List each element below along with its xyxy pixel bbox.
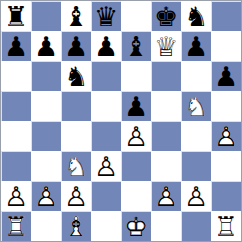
piece-black-bishop[interactable]: ♝ (121, 31, 151, 61)
chess-board: ♜♝♛♚♞♟♟♟♟♝♛♕♟♞♟♟♞♘♟♙♟♙♞♘♟♙♟♙♟♙♟♙♟♙♟♙♜♖♝♗… (1, 1, 241, 241)
piece-white-pawn[interactable]: ♟♙ (1, 181, 31, 211)
piece-glyph-fill: ♟ (181, 31, 211, 61)
piece-glyph-outline: ♖ (1, 211, 31, 241)
piece-glyph-fill: ♚ (151, 1, 181, 31)
square-a7[interactable]: ♟ (1, 31, 31, 61)
piece-glyph-outline: ♙ (181, 181, 211, 211)
square-b6[interactable] (31, 61, 61, 91)
square-a1[interactable]: ♜♖ (1, 211, 31, 241)
piece-glyph-fill: ♝ (61, 1, 91, 31)
square-d8[interactable]: ♛ (91, 1, 121, 31)
square-g1[interactable] (181, 211, 211, 241)
square-a4[interactable] (1, 121, 31, 151)
square-h1[interactable]: ♜♖ (211, 211, 241, 241)
piece-white-knight[interactable]: ♞♘ (61, 151, 91, 181)
square-f1[interactable] (151, 211, 181, 241)
piece-glyph-outline: ♙ (31, 181, 61, 211)
piece-glyph-outline: ♙ (211, 121, 241, 151)
square-h3[interactable] (211, 151, 241, 181)
square-h4[interactable]: ♟♙ (211, 121, 241, 151)
square-a3[interactable] (1, 151, 31, 181)
piece-glyph-outline: ♙ (61, 181, 91, 211)
piece-glyph-fill: ♟ (31, 31, 61, 61)
square-h7[interactable] (211, 31, 241, 61)
piece-white-bishop[interactable]: ♝♗ (61, 211, 91, 241)
piece-glyph-fill: ♞ (61, 61, 91, 91)
piece-glyph-outline: ♘ (61, 151, 91, 181)
piece-black-knight[interactable]: ♞ (61, 61, 91, 91)
square-g8[interactable]: ♞ (181, 1, 211, 31)
piece-black-pawn[interactable]: ♟ (211, 61, 241, 91)
square-g6[interactable] (181, 61, 211, 91)
square-e7[interactable]: ♝ (121, 31, 151, 61)
square-e2[interactable] (121, 181, 151, 211)
square-g2[interactable]: ♟♙ (181, 181, 211, 211)
square-d3[interactable]: ♟♙ (91, 151, 121, 181)
square-g3[interactable] (181, 151, 211, 181)
square-c3[interactable]: ♞♘ (61, 151, 91, 181)
square-e3[interactable] (121, 151, 151, 181)
piece-glyph-outline: ♕ (151, 31, 181, 61)
square-h2[interactable] (211, 181, 241, 211)
piece-glyph-outline: ♙ (151, 181, 181, 211)
piece-glyph-fill: ♝ (121, 31, 151, 61)
square-c5[interactable] (61, 91, 91, 121)
square-c7[interactable]: ♟ (61, 31, 91, 61)
piece-white-king[interactable]: ♚♔ (121, 211, 151, 241)
piece-white-rook[interactable]: ♜♖ (1, 211, 31, 241)
square-c6[interactable]: ♞ (61, 61, 91, 91)
square-e8[interactable] (121, 1, 151, 31)
piece-glyph-outline: ♔ (121, 211, 151, 241)
piece-white-knight[interactable]: ♞♘ (181, 91, 211, 121)
piece-white-pawn[interactable]: ♟♙ (211, 121, 241, 151)
piece-black-pawn[interactable]: ♟ (91, 31, 121, 61)
piece-white-pawn[interactable]: ♟♙ (91, 151, 121, 181)
square-d6[interactable] (91, 61, 121, 91)
square-h5[interactable] (211, 91, 241, 121)
square-c1[interactable]: ♝♗ (61, 211, 91, 241)
board-frame: ♜♝♛♚♞♟♟♟♟♝♛♕♟♞♟♟♞♘♟♙♟♙♞♘♟♙♟♙♟♙♟♙♟♙♟♙♜♖♝♗… (0, 0, 242, 242)
piece-glyph-fill: ♛ (91, 1, 121, 31)
piece-glyph-outline: ♘ (181, 91, 211, 121)
piece-black-queen[interactable]: ♛ (91, 1, 121, 31)
square-a5[interactable] (1, 91, 31, 121)
square-g7[interactable]: ♟ (181, 31, 211, 61)
square-b8[interactable] (31, 1, 61, 31)
piece-black-pawn[interactable]: ♟ (31, 31, 61, 61)
piece-glyph-outline: ♙ (121, 121, 151, 151)
piece-white-pawn[interactable]: ♟♙ (31, 181, 61, 211)
piece-glyph-fill: ♞ (181, 1, 211, 31)
square-h8[interactable] (211, 1, 241, 31)
square-f6[interactable] (151, 61, 181, 91)
piece-white-pawn[interactable]: ♟♙ (61, 181, 91, 211)
square-b5[interactable] (31, 91, 61, 121)
square-g5[interactable]: ♞♘ (181, 91, 211, 121)
square-c8[interactable]: ♝ (61, 1, 91, 31)
piece-black-bishop[interactable]: ♝ (61, 1, 91, 31)
square-h6[interactable]: ♟ (211, 61, 241, 91)
square-f4[interactable] (151, 121, 181, 151)
square-f3[interactable] (151, 151, 181, 181)
piece-glyph-fill: ♟ (91, 31, 121, 61)
piece-white-queen[interactable]: ♛♕ (151, 31, 181, 61)
square-b3[interactable] (31, 151, 61, 181)
piece-glyph-fill: ♜ (1, 1, 31, 31)
square-e6[interactable] (121, 61, 151, 91)
square-a6[interactable] (1, 61, 31, 91)
square-f8[interactable]: ♚ (151, 1, 181, 31)
piece-white-rook[interactable]: ♜♖ (211, 211, 241, 241)
square-d1[interactable] (91, 211, 121, 241)
square-g4[interactable] (181, 121, 211, 151)
square-e1[interactable]: ♚♔ (121, 211, 151, 241)
piece-glyph-fill: ♟ (121, 91, 151, 121)
piece-white-pawn[interactable]: ♟♙ (181, 181, 211, 211)
piece-black-knight[interactable]: ♞ (181, 1, 211, 31)
piece-glyph-fill: ♟ (61, 31, 91, 61)
piece-black-pawn[interactable]: ♟ (61, 31, 91, 61)
piece-glyph-fill: ♟ (211, 61, 241, 91)
piece-glyph-fill: ♟ (1, 31, 31, 61)
square-f2[interactable]: ♟♙ (151, 181, 181, 211)
square-f5[interactable] (151, 91, 181, 121)
square-e5[interactable]: ♟ (121, 91, 151, 121)
square-a2[interactable]: ♟♙ (1, 181, 31, 211)
square-d7[interactable]: ♟ (91, 31, 121, 61)
square-e4[interactable]: ♟♙ (121, 121, 151, 151)
square-b7[interactable]: ♟ (31, 31, 61, 61)
square-d2[interactable] (91, 181, 121, 211)
piece-glyph-outline: ♙ (1, 181, 31, 211)
piece-black-rook[interactable]: ♜ (1, 1, 31, 31)
square-d4[interactable] (91, 121, 121, 151)
piece-black-king[interactable]: ♚ (151, 1, 181, 31)
piece-white-pawn[interactable]: ♟♙ (151, 181, 181, 211)
piece-glyph-outline: ♙ (91, 151, 121, 181)
piece-black-pawn[interactable]: ♟ (181, 31, 211, 61)
square-c2[interactable]: ♟♙ (61, 181, 91, 211)
square-b2[interactable]: ♟♙ (31, 181, 61, 211)
piece-white-pawn[interactable]: ♟♙ (121, 121, 151, 151)
square-f7[interactable]: ♛♕ (151, 31, 181, 61)
square-a8[interactable]: ♜ (1, 1, 31, 31)
square-b4[interactable] (31, 121, 61, 151)
piece-black-pawn[interactable]: ♟ (1, 31, 31, 61)
piece-black-pawn[interactable]: ♟ (121, 91, 151, 121)
piece-glyph-outline: ♖ (211, 211, 241, 241)
square-b1[interactable] (31, 211, 61, 241)
square-c4[interactable] (61, 121, 91, 151)
piece-glyph-outline: ♗ (61, 211, 91, 241)
square-d5[interactable] (91, 91, 121, 121)
